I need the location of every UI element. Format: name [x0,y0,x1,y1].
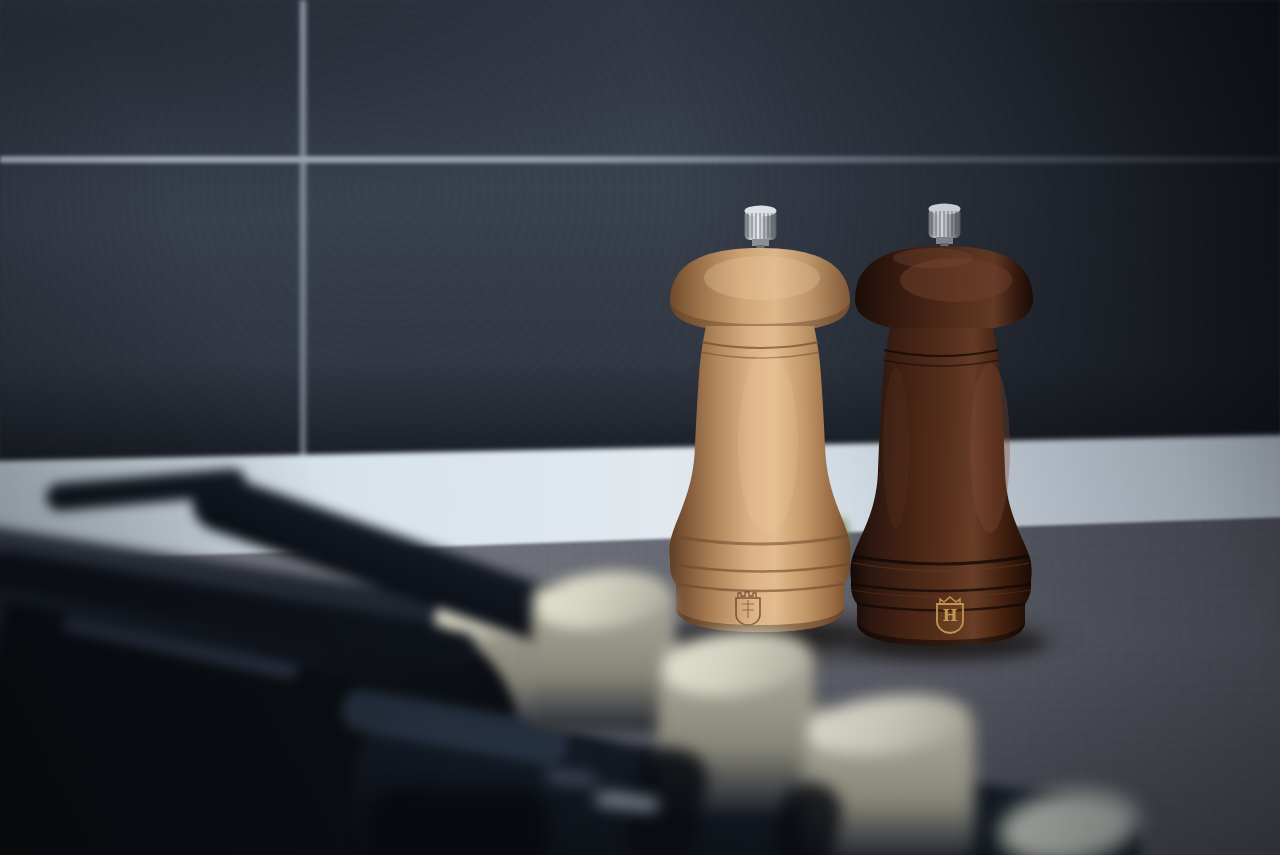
grate-shadow-bottom-left [368,790,548,855]
kitchen-photo-scene: H [0,0,1280,855]
knob-top [995,784,1142,855]
hob-control-knob-5 [996,792,1141,855]
hob-control-knob-2 [531,584,673,732]
